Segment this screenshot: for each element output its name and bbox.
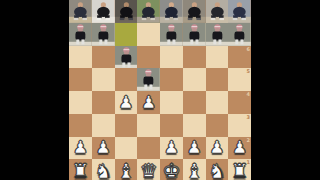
piece-black-b-photo-c8[interactable] bbox=[115, 0, 138, 23]
piece-white-p-d4[interactable]: ♟ bbox=[141, 94, 156, 111]
square-c4[interactable]: ♟ bbox=[115, 91, 138, 114]
square-f4[interactable] bbox=[183, 91, 206, 114]
piece-white-p-g2[interactable]: ♟ bbox=[209, 139, 224, 156]
piece-black-p-photo-e7[interactable] bbox=[160, 23, 183, 46]
square-h4[interactable]: 4 bbox=[228, 91, 251, 114]
piece-white-k-e1[interactable]: ♚ bbox=[162, 161, 180, 180]
square-c3[interactable] bbox=[115, 114, 138, 137]
square-e5[interactable] bbox=[160, 68, 183, 91]
square-a7[interactable] bbox=[69, 23, 92, 46]
square-h1[interactable]: 1♜ bbox=[228, 159, 251, 180]
square-d2[interactable] bbox=[137, 137, 160, 160]
square-a1[interactable]: ♜ bbox=[69, 159, 92, 180]
square-g5[interactable] bbox=[206, 68, 229, 91]
square-f2[interactable]: ♟ bbox=[183, 137, 206, 160]
square-f5[interactable] bbox=[183, 68, 206, 91]
square-g7[interactable] bbox=[206, 23, 229, 46]
rank-coordinate-3: 3 bbox=[247, 114, 250, 120]
square-b5[interactable] bbox=[92, 68, 115, 91]
piece-white-p-b2[interactable]: ♟ bbox=[96, 139, 111, 156]
square-a5[interactable] bbox=[69, 68, 92, 91]
square-c5[interactable] bbox=[115, 68, 138, 91]
piece-white-b-c1[interactable]: ♝ bbox=[117, 161, 135, 180]
rank-coordinate-4: 4 bbox=[247, 91, 250, 97]
square-d7[interactable] bbox=[137, 23, 160, 46]
square-h3[interactable]: 3 bbox=[228, 114, 251, 137]
piece-black-p-photo-f7[interactable] bbox=[183, 23, 206, 46]
square-c6[interactable] bbox=[115, 46, 138, 69]
square-b6[interactable] bbox=[92, 46, 115, 69]
square-h8[interactable]: 8 bbox=[228, 0, 251, 23]
piece-black-b-photo-f8[interactable] bbox=[183, 0, 206, 23]
square-g3[interactable] bbox=[206, 114, 229, 137]
square-c8[interactable] bbox=[115, 0, 138, 23]
square-a8[interactable] bbox=[69, 0, 92, 23]
square-g8[interactable] bbox=[206, 0, 229, 23]
square-h6[interactable]: 6 bbox=[228, 46, 251, 69]
piece-white-n-g1[interactable]: ♞ bbox=[208, 161, 226, 180]
square-h7[interactable]: 7 bbox=[228, 23, 251, 46]
chess-board: 8765♟♟43♟♟♟♟♟2♟♜♞♝♛♚♝♞1♜ bbox=[69, 0, 251, 180]
square-d3[interactable] bbox=[137, 114, 160, 137]
piece-white-p-c4[interactable]: ♟ bbox=[118, 94, 133, 111]
rank-coordinate-5: 5 bbox=[247, 68, 250, 74]
square-b4[interactable] bbox=[92, 91, 115, 114]
square-e2[interactable]: ♟ bbox=[160, 137, 183, 160]
piece-black-p-photo-d5[interactable] bbox=[137, 68, 160, 91]
square-d5[interactable] bbox=[137, 68, 160, 91]
square-a3[interactable] bbox=[69, 114, 92, 137]
piece-black-k-photo-e8[interactable] bbox=[160, 0, 183, 23]
square-b7[interactable] bbox=[92, 23, 115, 46]
piece-white-n-b1[interactable]: ♞ bbox=[94, 161, 112, 180]
piece-black-n-photo-b8[interactable] bbox=[92, 0, 115, 23]
square-g4[interactable] bbox=[206, 91, 229, 114]
piece-white-b-f1[interactable]: ♝ bbox=[185, 161, 203, 180]
piece-white-p-f2[interactable]: ♟ bbox=[187, 139, 202, 156]
square-g1[interactable]: ♞ bbox=[206, 159, 229, 180]
square-c1[interactable]: ♝ bbox=[115, 159, 138, 180]
square-e4[interactable] bbox=[160, 91, 183, 114]
square-e3[interactable] bbox=[160, 114, 183, 137]
piece-black-p-photo-c6[interactable] bbox=[115, 46, 138, 69]
square-e7[interactable] bbox=[160, 23, 183, 46]
square-f7[interactable] bbox=[183, 23, 206, 46]
square-b3[interactable] bbox=[92, 114, 115, 137]
rank-coordinate-6: 6 bbox=[247, 46, 250, 52]
square-f1[interactable]: ♝ bbox=[183, 159, 206, 180]
square-f8[interactable] bbox=[183, 0, 206, 23]
square-d1[interactable]: ♛ bbox=[137, 159, 160, 180]
piece-white-p-h2[interactable]: ♟ bbox=[232, 139, 247, 156]
piece-white-r-h1[interactable]: ♜ bbox=[231, 161, 249, 180]
piece-black-q-photo-d8[interactable] bbox=[137, 0, 160, 23]
piece-black-r-photo-h8[interactable] bbox=[228, 0, 251, 23]
square-f3[interactable] bbox=[183, 114, 206, 137]
square-a2[interactable]: ♟ bbox=[69, 137, 92, 160]
square-h2[interactable]: 2♟ bbox=[228, 137, 251, 160]
square-e8[interactable] bbox=[160, 0, 183, 23]
piece-black-p-photo-g7[interactable] bbox=[206, 23, 229, 46]
piece-white-p-a2[interactable]: ♟ bbox=[73, 139, 88, 156]
square-a4[interactable] bbox=[69, 91, 92, 114]
square-c7[interactable] bbox=[115, 23, 138, 46]
letterbox-right bbox=[251, 0, 320, 180]
square-g2[interactable]: ♟ bbox=[206, 137, 229, 160]
square-f6[interactable] bbox=[183, 46, 206, 69]
piece-white-r-a1[interactable]: ♜ bbox=[71, 161, 89, 180]
piece-black-r-photo-a8[interactable] bbox=[69, 0, 92, 23]
piece-white-p-e2[interactable]: ♟ bbox=[164, 139, 179, 156]
square-c2[interactable] bbox=[115, 137, 138, 160]
square-b8[interactable] bbox=[92, 0, 115, 23]
square-g6[interactable] bbox=[206, 46, 229, 69]
square-d8[interactable] bbox=[137, 0, 160, 23]
piece-black-n-photo-g8[interactable] bbox=[206, 0, 229, 23]
letterbox-left bbox=[0, 0, 69, 180]
square-e1[interactable]: ♚ bbox=[160, 159, 183, 180]
square-b1[interactable]: ♞ bbox=[92, 159, 115, 180]
square-h5[interactable]: 5 bbox=[228, 68, 251, 91]
square-b2[interactable]: ♟ bbox=[92, 137, 115, 160]
square-a6[interactable] bbox=[69, 46, 92, 69]
square-e6[interactable] bbox=[160, 46, 183, 69]
piece-black-p-photo-a7[interactable] bbox=[69, 23, 92, 46]
piece-white-q-d1[interactable]: ♛ bbox=[140, 161, 158, 180]
square-d6[interactable] bbox=[137, 46, 160, 69]
square-d4[interactable]: ♟ bbox=[137, 91, 160, 114]
piece-black-p-photo-h7[interactable] bbox=[228, 23, 251, 46]
piece-black-p-photo-b7[interactable] bbox=[92, 23, 115, 46]
